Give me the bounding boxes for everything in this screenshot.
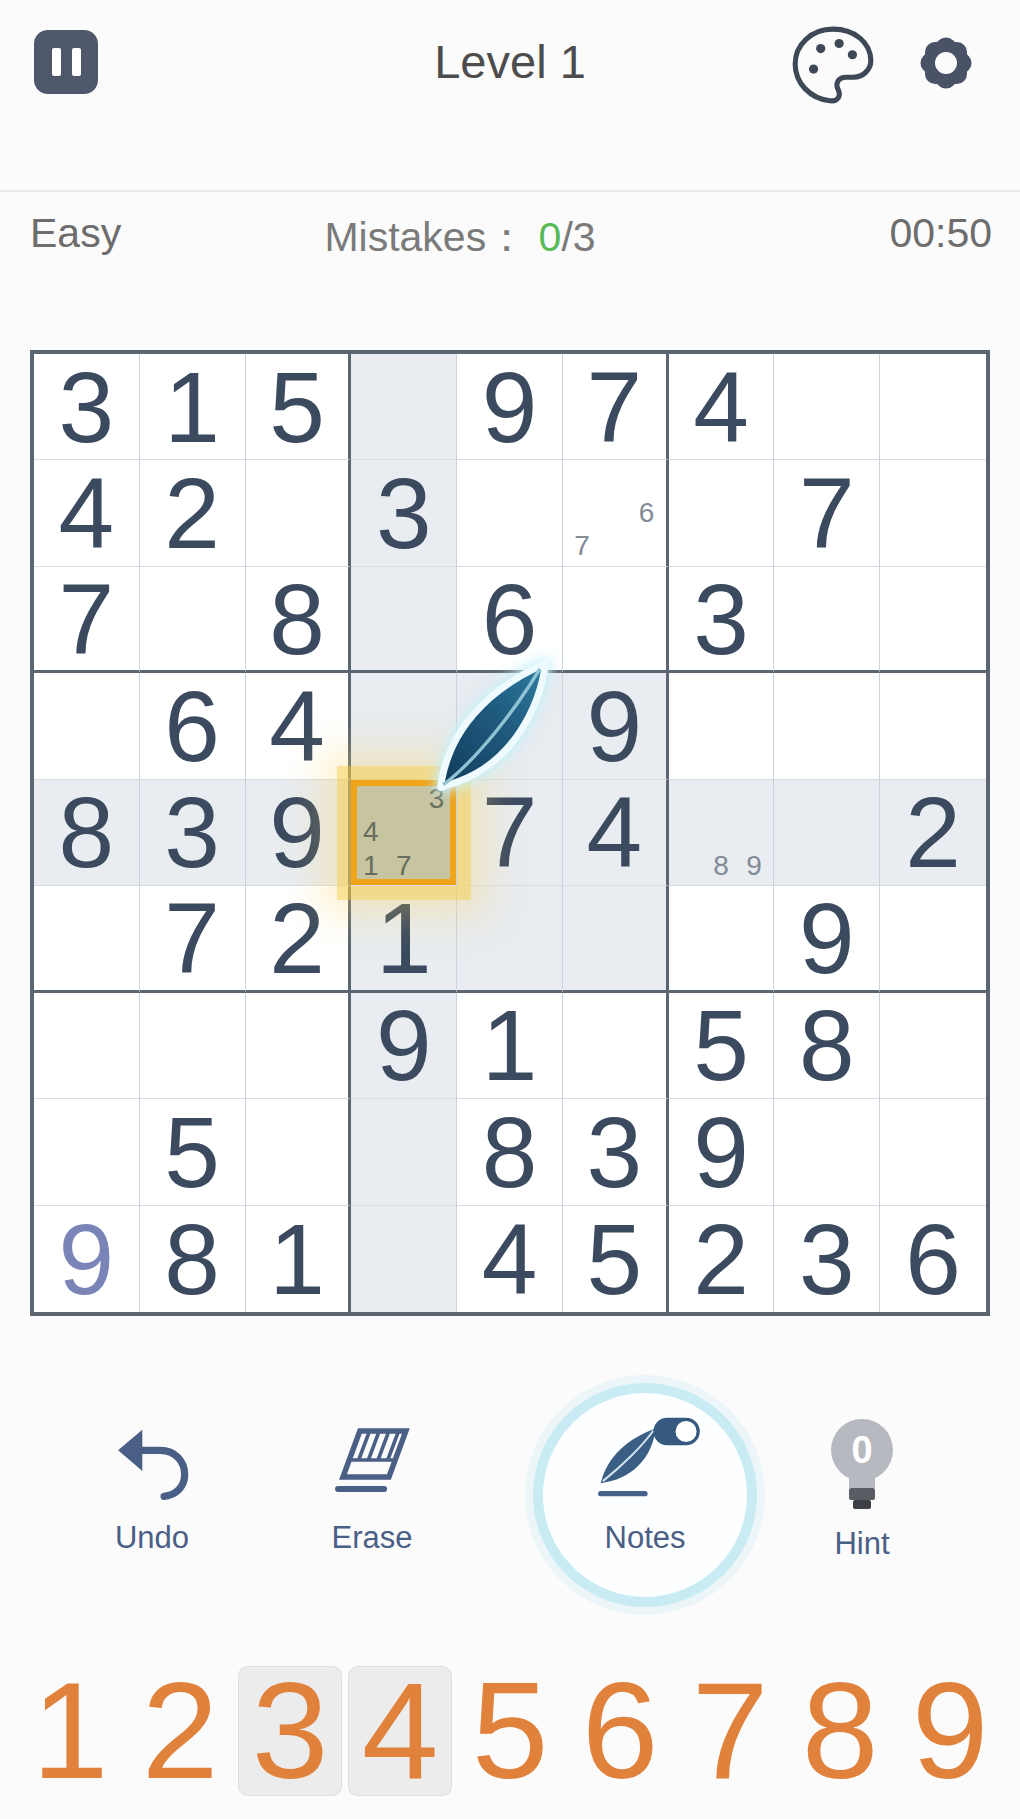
numpad-6[interactable]: 6 (568, 1666, 672, 1796)
cell-r5c3[interactable]: 9 (246, 780, 352, 886)
notes-label: Notes (545, 1520, 745, 1556)
cell-r9c2[interactable]: 8 (140, 1206, 246, 1312)
mistakes-total: /3 (561, 214, 595, 260)
cell-r2c7[interactable] (669, 460, 775, 566)
settings-button[interactable] (910, 27, 982, 99)
cell-value: 1 (376, 888, 432, 988)
difficulty-label: Easy (30, 210, 121, 257)
cell-value: 3 (164, 782, 220, 882)
cell-value: 4 (59, 463, 115, 563)
mistakes-counter: Mistakes： 0/3 (240, 210, 680, 265)
numpad-1[interactable]: 1 (18, 1666, 122, 1796)
cell-value: 2 (905, 782, 961, 882)
erase-button[interactable]: Erase (272, 1414, 472, 1556)
cell-r2c4[interactable]: 3 (351, 460, 457, 566)
cell-r1c8[interactable] (774, 354, 880, 460)
cell-value: 5 (586, 1209, 642, 1309)
cell-value: 2 (693, 1209, 749, 1309)
cell-r4c7[interactable] (669, 673, 775, 779)
cell-value: 9 (269, 782, 325, 882)
notes-feather-icon (586, 1414, 704, 1506)
cell-r3c9[interactable] (880, 567, 986, 673)
cell-r1c5[interactable]: 9 (457, 354, 563, 460)
cell-r2c3[interactable] (246, 460, 352, 566)
cell-value: 5 (164, 1102, 220, 1202)
cell-value: 8 (799, 995, 855, 1095)
undo-icon (106, 1414, 198, 1506)
cell-value: 3 (586, 1102, 642, 1202)
erase-label: Erase (272, 1520, 472, 1556)
cell-r8c2[interactable]: 5 (140, 1099, 246, 1205)
cell-r7c9[interactable] (880, 993, 986, 1099)
cell-r4c9[interactable] (880, 673, 986, 779)
cell-r3c2[interactable] (140, 567, 246, 673)
cell-r8c5[interactable]: 8 (457, 1099, 563, 1205)
cell-r7c3[interactable] (246, 993, 352, 1099)
cell-r3c7[interactable]: 3 (669, 567, 775, 673)
numpad-2[interactable]: 2 (128, 1666, 232, 1796)
cell-value: 3 (693, 569, 749, 669)
cell-r9c3[interactable]: 1 (246, 1206, 352, 1312)
hint-label: Hint (762, 1526, 962, 1562)
cell-r5c7[interactable]: 89 (669, 780, 775, 886)
cell-r7c1[interactable] (34, 993, 140, 1099)
cell-value: 2 (269, 888, 325, 988)
cell-value: 8 (164, 1209, 220, 1309)
cell-value: 1 (269, 1209, 325, 1309)
cell-r9c5[interactable]: 4 (457, 1206, 563, 1312)
notes-feather-cursor (424, 648, 562, 800)
numpad-8[interactable]: 8 (788, 1666, 892, 1796)
cell-value: 9 (799, 888, 855, 988)
cell-r5c1[interactable]: 8 (34, 780, 140, 886)
cell-value: 2 (164, 463, 220, 563)
cell-value: 8 (59, 782, 115, 882)
header-divider (0, 190, 1020, 192)
cell-r6c2[interactable]: 7 (140, 886, 246, 992)
cell-r5c9[interactable]: 2 (880, 780, 986, 886)
cell-r8c9[interactable] (880, 1099, 986, 1205)
sudoku-board: 3159744236777863649839341774892721991585… (30, 350, 990, 1316)
mistakes-label: Mistakes： (324, 214, 527, 260)
cell-r6c1[interactable] (34, 886, 140, 992)
numpad-4[interactable]: 4 (348, 1666, 452, 1796)
theme-palette-button[interactable] (788, 22, 878, 106)
cell-r8c1[interactable] (34, 1099, 140, 1205)
cell-r7c6[interactable] (563, 993, 669, 1099)
hint-bulb-icon: 0 (820, 1414, 904, 1522)
eraser-icon (326, 1414, 418, 1506)
cell-r8c4[interactable] (351, 1099, 457, 1205)
cell-value: 9 (693, 1102, 749, 1202)
cell-r2c2[interactable]: 2 (140, 460, 246, 566)
cell-r4c3[interactable]: 4 (246, 673, 352, 779)
cell-r9c1[interactable]: 9 (34, 1206, 140, 1312)
undo-label: Undo (52, 1520, 252, 1556)
cell-r7c2[interactable] (140, 993, 246, 1099)
cell-r1c9[interactable] (880, 354, 986, 460)
cell-value: 9 (482, 357, 538, 457)
cell-value: 5 (693, 995, 749, 1095)
cell-r8c8[interactable] (774, 1099, 880, 1205)
cell-r4c1[interactable] (34, 673, 140, 779)
cell-value: 4 (482, 1209, 538, 1309)
cell-value: 4 (693, 357, 749, 457)
hint-count-badge: 0 (851, 1429, 872, 1471)
cell-r7c5[interactable]: 1 (457, 993, 563, 1099)
cell-r7c8[interactable]: 8 (774, 993, 880, 1099)
cell-value: 9 (59, 1209, 115, 1309)
cell-r4c8[interactable] (774, 673, 880, 779)
cell-r3c8[interactable] (774, 567, 880, 673)
mistakes-current: 0 (539, 214, 562, 260)
cell-r2c1[interactable]: 4 (34, 460, 140, 566)
cell-value: 7 (586, 357, 642, 457)
gear-icon (910, 27, 982, 99)
cell-r4c6[interactable]: 9 (563, 673, 669, 779)
cell-r9c6[interactable]: 5 (563, 1206, 669, 1312)
cell-r9c8[interactable]: 3 (774, 1206, 880, 1312)
cell-r8c6[interactable]: 3 (563, 1099, 669, 1205)
cell-value: 7 (59, 569, 115, 669)
notes-button[interactable]: Notes (545, 1414, 745, 1556)
number-pad: 123456789 (18, 1666, 1002, 1796)
cell-value: 1 (482, 995, 538, 1095)
cell-r1c7[interactable]: 4 (669, 354, 775, 460)
cell-r1c6[interactable]: 7 (563, 354, 669, 460)
cell-r6c7[interactable] (669, 886, 775, 992)
cell-r6c3[interactable]: 2 (246, 886, 352, 992)
cell-value: 1 (164, 357, 220, 457)
cell-r5c2[interactable]: 3 (140, 780, 246, 886)
cell-r1c4[interactable] (351, 354, 457, 460)
cell-r8c3[interactable] (246, 1099, 352, 1205)
cell-r3c3[interactable]: 8 (246, 567, 352, 673)
cell-value: 7 (799, 463, 855, 563)
cell-r7c7[interactable]: 5 (669, 993, 775, 1099)
cell-r2c8[interactable]: 7 (774, 460, 880, 566)
numpad-9[interactable]: 9 (898, 1666, 1002, 1796)
cell-r1c2[interactable]: 1 (140, 354, 246, 460)
cell-r3c6[interactable] (563, 567, 669, 673)
cell-r4c2[interactable]: 6 (140, 673, 246, 779)
cell-r6c4[interactable]: 1 (351, 886, 457, 992)
palette-icon (788, 22, 878, 108)
cell-value: 8 (269, 569, 325, 669)
cell-r9c7[interactable]: 2 (669, 1206, 775, 1312)
cell-value: 7 (164, 888, 220, 988)
cell-r5c8[interactable] (774, 780, 880, 886)
numpad-5[interactable]: 5 (458, 1666, 562, 1796)
cell-r9c4[interactable] (351, 1206, 457, 1312)
cell-value: 6 (164, 676, 220, 776)
hint-button[interactable]: 0 Hint (762, 1414, 962, 1562)
cell-value: 6 (905, 1209, 961, 1309)
cell-r2c6[interactable]: 67 (563, 460, 669, 566)
cell-r1c1[interactable]: 3 (34, 354, 140, 460)
cell-value: 9 (376, 995, 432, 1095)
cell-value: 3 (799, 1209, 855, 1309)
timer: 00:50 (889, 210, 992, 257)
cell-value: 3 (376, 463, 432, 563)
cell-r7c4[interactable]: 9 (351, 993, 457, 1099)
cell-r1c3[interactable]: 5 (246, 354, 352, 460)
cell-r8c7[interactable]: 9 (669, 1099, 775, 1205)
cell-r6c9[interactable] (880, 886, 986, 992)
cell-value: 5 (269, 357, 325, 457)
cell-r6c8[interactable]: 9 (774, 886, 880, 992)
cell-r6c6[interactable] (563, 886, 669, 992)
cell-r5c6[interactable]: 4 (563, 780, 669, 886)
numpad-3[interactable]: 3 (238, 1666, 342, 1796)
cell-value: 4 (269, 676, 325, 776)
cell-r2c5[interactable] (457, 460, 563, 566)
pencil-notes: 67 (566, 463, 663, 562)
cell-value: 4 (586, 782, 642, 882)
cell-value: 3 (59, 357, 115, 457)
cell-r3c1[interactable]: 7 (34, 567, 140, 673)
cell-value: 9 (586, 676, 642, 776)
cell-r9c9[interactable]: 6 (880, 1206, 986, 1312)
cell-r2c9[interactable] (880, 460, 986, 566)
undo-button[interactable]: Undo (52, 1414, 252, 1556)
cell-r6c5[interactable] (457, 886, 563, 992)
cell-value: 8 (482, 1102, 538, 1202)
numpad-7[interactable]: 7 (678, 1666, 782, 1796)
pencil-notes: 89 (672, 783, 771, 882)
